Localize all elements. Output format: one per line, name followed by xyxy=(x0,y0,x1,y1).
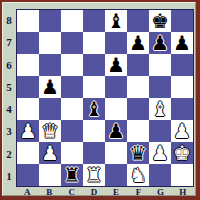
file-label-f: F xyxy=(127,188,149,197)
white-pawn[interactable]: ♟ xyxy=(41,142,59,164)
file-label-e: E xyxy=(105,188,127,197)
square-g5[interactable] xyxy=(149,76,171,98)
black-rook[interactable]: ♜ xyxy=(63,164,81,186)
black-bishop[interactable]: ♝ xyxy=(107,10,125,32)
square-c1[interactable]: ♜ xyxy=(61,164,83,186)
square-d7[interactable] xyxy=(83,32,105,54)
square-d1[interactable]: ♜ xyxy=(83,164,105,186)
square-f4[interactable] xyxy=(127,98,149,120)
rank-label-4: 4 xyxy=(3,98,15,120)
file-label-d: D xyxy=(83,188,105,197)
file-label-h: H xyxy=(172,188,194,197)
square-b5[interactable]: ♟ xyxy=(39,76,61,98)
square-b2[interactable]: ♟ xyxy=(39,142,61,164)
square-g1[interactable] xyxy=(149,164,171,186)
square-e8[interactable]: ♝ xyxy=(105,10,127,32)
square-c6[interactable] xyxy=(61,54,83,76)
file-label-g: G xyxy=(150,188,172,197)
square-g8[interactable]: ♚ xyxy=(149,10,171,32)
square-a7[interactable] xyxy=(17,32,39,54)
square-h6[interactable] xyxy=(171,54,193,76)
chess-board[interactable]: ♝♚♟♟♟♟♟♝♝♟♛♟♟♟♛♟♚♜♜♞ xyxy=(16,9,194,187)
square-e7[interactable] xyxy=(105,32,127,54)
square-f1[interactable]: ♞ xyxy=(127,164,149,186)
square-d6[interactable] xyxy=(83,54,105,76)
square-d5[interactable] xyxy=(83,76,105,98)
white-queen[interactable]: ♛ xyxy=(41,120,59,142)
white-knight[interactable]: ♞ xyxy=(129,164,147,186)
file-label-b: B xyxy=(38,188,60,197)
rank-label-2: 2 xyxy=(3,143,15,165)
square-g6[interactable] xyxy=(149,54,171,76)
square-f2[interactable]: ♛ xyxy=(127,142,149,164)
square-f8[interactable] xyxy=(127,10,149,32)
square-c4[interactable] xyxy=(61,98,83,120)
square-d4[interactable]: ♝ xyxy=(83,98,105,120)
black-pawn[interactable]: ♟ xyxy=(129,32,147,54)
black-king[interactable]: ♚ xyxy=(151,10,169,32)
file-label-c: C xyxy=(61,188,83,197)
square-a3[interactable]: ♟ xyxy=(17,120,39,142)
black-pawn[interactable]: ♟ xyxy=(151,32,169,54)
rank-label-1: 1 xyxy=(3,165,15,187)
square-g7[interactable]: ♟ xyxy=(149,32,171,54)
square-b1[interactable] xyxy=(39,164,61,186)
board-panel: 87654321 ♝♚♟♟♟♟♟♝♝♟♛♟♟♟♛♟♚♜♜♞ ABCDEFGH xyxy=(2,2,196,196)
rank-label-8: 8 xyxy=(3,9,15,31)
black-pawn[interactable]: ♟ xyxy=(41,76,59,98)
square-c5[interactable] xyxy=(61,76,83,98)
square-b3[interactable]: ♛ xyxy=(39,120,61,142)
rank-label-6: 6 xyxy=(3,54,15,76)
black-pawn[interactable]: ♟ xyxy=(107,54,125,76)
rank-label-3: 3 xyxy=(3,120,15,142)
square-b4[interactable] xyxy=(39,98,61,120)
square-a4[interactable] xyxy=(17,98,39,120)
square-a5[interactable] xyxy=(17,76,39,98)
square-f5[interactable] xyxy=(127,76,149,98)
square-e1[interactable] xyxy=(105,164,127,186)
square-b8[interactable] xyxy=(39,10,61,32)
square-a2[interactable] xyxy=(17,142,39,164)
black-queen[interactable]: ♛ xyxy=(129,142,147,164)
square-f3[interactable] xyxy=(127,120,149,142)
square-d8[interactable] xyxy=(83,10,105,32)
square-d3[interactable] xyxy=(83,120,105,142)
square-h4[interactable] xyxy=(171,98,193,120)
square-e2[interactable] xyxy=(105,142,127,164)
black-pawn[interactable]: ♟ xyxy=(173,32,191,54)
square-c2[interactable] xyxy=(61,142,83,164)
square-c8[interactable] xyxy=(61,10,83,32)
square-c7[interactable] xyxy=(61,32,83,54)
rank-labels: 87654321 xyxy=(3,9,15,187)
square-g2[interactable]: ♟ xyxy=(149,142,171,164)
square-h2[interactable]: ♚ xyxy=(171,142,193,164)
white-pawn[interactable]: ♟ xyxy=(151,142,169,164)
file-labels: ABCDEFGH xyxy=(16,188,194,197)
square-h1[interactable] xyxy=(171,164,193,186)
square-a6[interactable] xyxy=(17,54,39,76)
rank-label-5: 5 xyxy=(3,76,15,98)
square-b7[interactable] xyxy=(39,32,61,54)
white-bishop[interactable]: ♝ xyxy=(151,98,169,120)
square-c3[interactable] xyxy=(61,120,83,142)
black-bishop[interactable]: ♝ xyxy=(85,98,103,120)
square-h7[interactable]: ♟ xyxy=(171,32,193,54)
rank-label-7: 7 xyxy=(3,31,15,53)
square-h5[interactable] xyxy=(171,76,193,98)
white-pawn[interactable]: ♟ xyxy=(173,120,191,142)
square-g3[interactable] xyxy=(149,120,171,142)
white-pawn[interactable]: ♟ xyxy=(19,120,37,142)
square-a8[interactable] xyxy=(17,10,39,32)
square-e3[interactable]: ♟ xyxy=(105,120,127,142)
square-b6[interactable] xyxy=(39,54,61,76)
black-pawn[interactable]: ♟ xyxy=(107,120,125,142)
white-king[interactable]: ♚ xyxy=(173,142,191,164)
board-frame: 87654321 ♝♚♟♟♟♟♟♝♝♟♛♟♟♟♛♟♚♜♜♞ ABCDEFGH xyxy=(0,0,200,200)
square-e5[interactable] xyxy=(105,76,127,98)
square-d2[interactable] xyxy=(83,142,105,164)
square-e4[interactable] xyxy=(105,98,127,120)
square-h8[interactable] xyxy=(171,10,193,32)
file-label-a: A xyxy=(16,188,38,197)
square-e6[interactable]: ♟ xyxy=(105,54,127,76)
square-g4[interactable]: ♝ xyxy=(149,98,171,120)
square-a1[interactable] xyxy=(17,164,39,186)
square-f7[interactable]: ♟ xyxy=(127,32,149,54)
square-h3[interactable]: ♟ xyxy=(171,120,193,142)
square-f6[interactable] xyxy=(127,54,149,76)
white-rook[interactable]: ♜ xyxy=(85,164,103,186)
